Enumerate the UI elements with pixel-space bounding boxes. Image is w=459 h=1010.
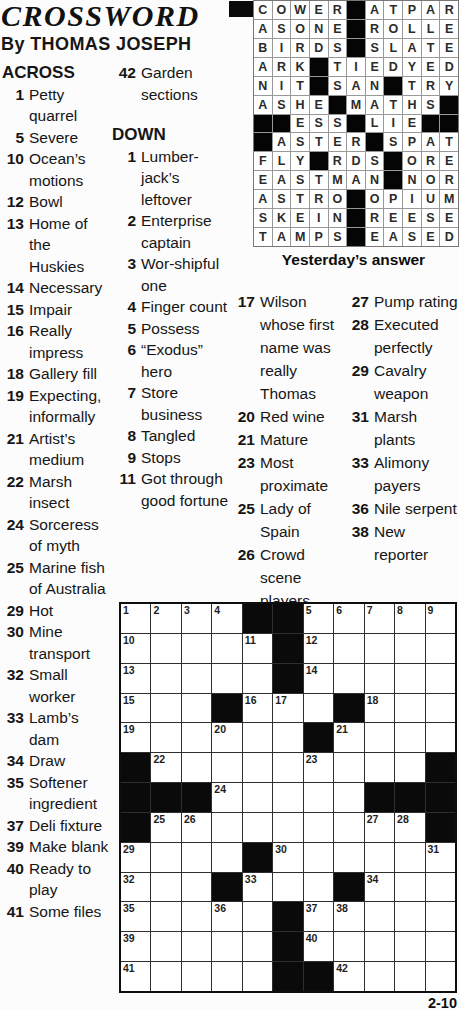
clue-down-36: 36Nile serpent (345, 497, 459, 520)
clue-text: Necessary (29, 277, 109, 299)
answer-black-cell (310, 58, 328, 76)
puzzle-cell-r8c5[interactable] (243, 813, 272, 842)
puzzle-cell-r12c3[interactable] (182, 932, 211, 961)
clue-number: 36 (345, 497, 374, 520)
clue-text: Stops (141, 447, 231, 469)
puzzle-cell-r12c1[interactable]: 39 (121, 932, 150, 961)
clue-number: 16 (2, 320, 29, 342)
answer-cell-r5c5: S (329, 77, 347, 95)
puzzle-cell-r13c5[interactable] (243, 962, 272, 991)
puzzle-cell-r3c4[interactable] (212, 664, 241, 693)
puzzle-cell-r2c2[interactable] (151, 634, 180, 663)
clue-text: Artist’s medium (29, 428, 109, 471)
answer-cell-r4c9: Y (403, 58, 421, 76)
puzzle-cell-r1c10[interactable]: 8 (395, 604, 424, 633)
puzzle-cell-r9c7[interactable] (304, 843, 333, 872)
puzzle-black-cell (182, 783, 211, 812)
answer-cell-r11c10: U (422, 190, 440, 208)
clue-number: 31 (345, 405, 374, 428)
answer-cell-r13c5: S (329, 228, 347, 246)
clue-down-11: 11Got through good fortune (112, 468, 231, 511)
clue-text: Lamb’s dam (29, 707, 109, 750)
answer-cell-r4c11: D (440, 58, 458, 76)
answer-cell-r6c7: A (366, 96, 384, 114)
clue-down-9: 9Stops (112, 447, 231, 469)
puzzle-cell-r2c4[interactable] (212, 634, 241, 663)
clue-number: 3 (112, 253, 141, 275)
cell-number: 19 (123, 723, 135, 735)
puzzle-cell-r11c9[interactable] (365, 902, 394, 931)
answer-cell-r6c9: H (403, 96, 421, 114)
answer-cell-r9c7: S (366, 152, 384, 170)
puzzle-cell-r13c3[interactable] (182, 962, 211, 991)
clue-number: 42 (112, 62, 141, 84)
answer-black-cell (254, 133, 272, 151)
answer-cell-r12c9: E (403, 209, 421, 227)
puzzle-cell-r1c11[interactable]: 9 (426, 604, 455, 633)
cell-number: 34 (367, 873, 379, 885)
answer-black-cell (347, 20, 365, 38)
puzzle-cell-r11c10[interactable] (395, 902, 424, 931)
clue-across-35: 35Softener ingredient (2, 772, 109, 815)
clue-number: 5 (2, 127, 29, 149)
clue-text: Finger count (141, 296, 231, 318)
puzzle-cell-r2c1[interactable]: 10 (121, 634, 150, 663)
puzzle-cell-r12c10[interactable] (395, 932, 424, 961)
clue-number: 29 (2, 600, 29, 622)
answer-cell-r5c3: T (291, 77, 309, 95)
puzzle-cell-r13c10[interactable] (395, 962, 424, 991)
puzzle-cell-r8c3[interactable]: 26 (182, 813, 211, 842)
answer-cell-r7c8: I (384, 115, 402, 133)
puzzle-cell-r1c7[interactable]: 5 (304, 604, 333, 633)
puzzle-cell-r7c7[interactable] (304, 783, 333, 812)
answer-cell-r10c6: A (347, 171, 365, 189)
clue-across-42: 42Garden sections (112, 62, 231, 105)
answer-cell-r2c5: E (329, 20, 347, 38)
cell-number: 28 (397, 813, 409, 825)
answer-cell-r3c3: R (291, 39, 309, 57)
answer-cell-r5c9: T (403, 77, 421, 95)
clue-across-41: 41Some files (2, 901, 109, 923)
answer-black-cell (422, 115, 440, 133)
clue-text: “Exodus” hero (141, 339, 231, 382)
answer-cell-r13c8: A (384, 228, 402, 246)
puzzle-cell-r10c1[interactable]: 32 (121, 873, 150, 902)
puzzle-cell-r10c7[interactable] (304, 873, 333, 902)
puzzle-cell-r10c3[interactable] (182, 873, 211, 902)
clue-across-13: 13Home of the Huskies (2, 213, 109, 278)
answer-cell-r13c2: A (273, 228, 291, 246)
puzzle-cell-r12c4[interactable] (212, 932, 241, 961)
puzzle-cell-r6c8[interactable] (334, 753, 363, 782)
puzzle-cell-r4c5[interactable]: 16 (243, 694, 272, 723)
puzzle-cell-r4c6[interactable]: 17 (273, 694, 302, 723)
cell-number: 24 (214, 783, 226, 795)
clue-text: Mature (260, 428, 344, 451)
clue-text: Some files (29, 901, 109, 923)
clue-down-20: 20Red wine (231, 405, 344, 428)
clue-number: 5 (112, 318, 141, 340)
clue-text: Red wine (260, 405, 344, 428)
clue-number: 1 (112, 146, 141, 168)
puzzle-cell-r13c9[interactable] (365, 962, 394, 991)
puzzle-cell-r6c10[interactable] (395, 753, 424, 782)
puzzle-cell-r10c11[interactable] (426, 873, 455, 902)
clue-across-15: 15Impair (2, 299, 109, 321)
puzzle-cell-r5c9[interactable] (365, 723, 394, 752)
puzzle-cell-r5c3[interactable] (182, 723, 211, 752)
puzzle-cell-r7c6[interactable] (273, 783, 302, 812)
clue-number: 28 (345, 313, 374, 336)
answer-cell-r12c10: S (422, 209, 440, 227)
puzzle-black-cell (243, 843, 272, 872)
puzzle-black-cell (426, 813, 455, 842)
puzzle-black-cell (426, 753, 455, 782)
puzzle-cell-r6c9[interactable] (365, 753, 394, 782)
clue-text: Possess (141, 318, 231, 340)
puzzle-cell-r9c2[interactable] (151, 843, 180, 872)
clue-text: Nile serpent (374, 497, 459, 520)
date-code: 2-10 (380, 995, 457, 1010)
puzzle-cell-r4c3[interactable] (182, 694, 211, 723)
down-clue-column-3: 27Pump rating28Executed perfectly29Caval… (345, 290, 459, 566)
puzzle-cell-r5c11[interactable] (426, 723, 455, 752)
puzzle-cell-r5c10[interactable] (395, 723, 424, 752)
clue-number: 7 (112, 382, 141, 404)
answer-cell-r6c1: A (254, 96, 272, 114)
answer-cell-r1c1: C (254, 1, 272, 19)
puzzle-cell-r8c10[interactable]: 28 (395, 813, 424, 842)
puzzle-cell-r6c6[interactable] (273, 753, 302, 782)
answer-cell-r1c2: O (273, 1, 291, 19)
puzzle-cell-r10c10[interactable] (395, 873, 424, 902)
clue-text: Draw (29, 750, 109, 772)
puzzle-cell-r13c2[interactable] (151, 962, 180, 991)
puzzle-cell-r3c5[interactable] (243, 664, 272, 693)
clue-number: 26 (231, 543, 260, 566)
puzzle-cell-r6c4[interactable] (212, 753, 241, 782)
answer-cell-r12c2: K (273, 209, 291, 227)
puzzle-cell-r11c8[interactable]: 38 (334, 902, 363, 931)
puzzle-cell-r6c3[interactable] (182, 753, 211, 782)
answer-cell-r3c1: B (254, 39, 272, 57)
cell-number: 42 (336, 962, 348, 974)
puzzle-cell-r1c2[interactable]: 2 (151, 604, 180, 633)
clue-text: Enterprise captain (141, 210, 231, 253)
puzzle-cell-r13c8[interactable]: 42 (334, 962, 363, 991)
answer-cell-r10c1: E (254, 171, 272, 189)
answer-cell-r9c9: O (403, 152, 421, 170)
puzzle-cell-r6c2[interactable]: 22 (151, 753, 180, 782)
clue-number: 4 (112, 296, 141, 318)
puzzle-cell-r8c4[interactable] (212, 813, 241, 842)
puzzle-cell-r3c10[interactable] (395, 664, 424, 693)
answer-cell-r11c8: P (384, 190, 402, 208)
clue-down-7: 7Store business (112, 382, 231, 425)
puzzle-cell-r11c3[interactable] (182, 902, 211, 931)
puzzle-cell-r1c3[interactable]: 3 (182, 604, 211, 633)
puzzle-cell-r4c1[interactable]: 15 (121, 694, 150, 723)
puzzle-cell-r8c8[interactable] (334, 813, 363, 842)
puzzle-cell-r12c8[interactable] (334, 932, 363, 961)
puzzle-cell-r3c8[interactable] (334, 664, 363, 693)
puzzle-cell-r2c3[interactable] (182, 634, 211, 663)
answer-cell-r3c9: A (403, 39, 421, 57)
clue-across-37: 37Deli fixture (2, 815, 109, 837)
answer-cell-r7c3: E (291, 115, 309, 133)
answer-cell-r9c5: R (329, 152, 347, 170)
puzzle-cell-r11c11[interactable] (426, 902, 455, 931)
cell-number: 31 (428, 843, 440, 855)
puzzle-cell-r8c9[interactable]: 27 (365, 813, 394, 842)
yesterday-answer-caption: Yesterday’s answer (248, 251, 459, 269)
puzzle-cell-r4c11[interactable] (426, 694, 455, 723)
cell-number: 17 (275, 694, 287, 706)
puzzle-cell-r3c1[interactable]: 13 (121, 664, 150, 693)
answer-cell-r12c4: I (310, 209, 328, 227)
clue-number: 20 (231, 405, 260, 428)
cell-number: 7 (367, 604, 373, 616)
answer-cell-r5c11: Y (440, 77, 458, 95)
puzzle-cell-r12c5[interactable] (243, 932, 272, 961)
puzzle-cell-r9c4[interactable] (212, 843, 241, 872)
puzzle-cell-r2c5[interactable]: 11 (243, 634, 272, 663)
answer-cell-r8c5: E (329, 133, 347, 151)
puzzle-cell-r3c3[interactable] (182, 664, 211, 693)
clue-number: 12 (2, 191, 29, 213)
puzzle-cell-r10c9[interactable]: 34 (365, 873, 394, 902)
clue-text: Alimony payers (374, 451, 459, 497)
cell-number: 10 (123, 634, 135, 646)
puzzle-cell-r1c9[interactable]: 7 (365, 604, 394, 633)
puzzle-cell-r1c8[interactable]: 6 (334, 604, 363, 633)
puzzle-cell-r13c4[interactable] (212, 962, 241, 991)
puzzle-cell-r13c11[interactable] (426, 962, 455, 991)
clue-across-5: 5Severe (2, 127, 109, 149)
answer-black-cell (347, 1, 365, 19)
puzzle-cell-r5c2[interactable] (151, 723, 180, 752)
clue-number: 6 (112, 339, 141, 361)
clue-number: 32 (2, 664, 29, 686)
puzzle-cell-r3c11[interactable] (426, 664, 455, 693)
answer-black-cell (440, 115, 458, 133)
clue-text: Softener ingredient (29, 772, 109, 815)
page: { "game": "crossword", "header": { "titl… (0, 0, 459, 1010)
puzzle-cell-r12c11[interactable] (426, 932, 455, 961)
clue-across-16: 16Really impress (2, 320, 109, 363)
clue-down-3: 3Wor-shipful one (112, 253, 231, 296)
answer-cell-r4c6: I (347, 58, 365, 76)
clue-down-21: 21Mature (231, 428, 344, 451)
puzzle-cell-r4c7[interactable] (304, 694, 333, 723)
puzzle-cell-r7c5[interactable] (243, 783, 272, 812)
puzzle-cell-r9c9[interactable] (365, 843, 394, 872)
clue-number: 19 (2, 385, 29, 407)
cell-number: 41 (123, 962, 135, 974)
puzzle-cell-r3c7[interactable]: 14 (304, 664, 333, 693)
answer-cell-r11c3: T (291, 190, 309, 208)
cell-number: 2 (153, 604, 159, 616)
clue-number: 25 (231, 497, 260, 520)
puzzle-cell-r11c2[interactable] (151, 902, 180, 931)
puzzle-cell-r2c9[interactable] (365, 634, 394, 663)
puzzle-black-cell (273, 604, 302, 633)
puzzle-cell-r9c10[interactable] (395, 843, 424, 872)
answer-cell-r2c1: A (254, 20, 272, 38)
answer-black-cell (384, 152, 402, 170)
puzzle-cell-r1c1[interactable]: 1 (121, 604, 150, 633)
puzzle-cell-r8c2[interactable]: 25 (151, 813, 180, 842)
puzzle-cell-r2c10[interactable] (395, 634, 424, 663)
clue-number: 15 (2, 299, 29, 321)
answer-cell-r6c2: S (273, 96, 291, 114)
puzzle-cell-r9c8[interactable] (334, 843, 363, 872)
puzzle-cell-r3c9[interactable] (365, 664, 394, 693)
clue-number: 1 (2, 84, 29, 106)
clue-number: 40 (2, 858, 29, 880)
clue-text: Marsh insect (29, 471, 109, 514)
puzzle-cell-r7c4[interactable]: 24 (212, 783, 241, 812)
clue-number: 18 (2, 363, 29, 385)
puzzle-cell-r4c2[interactable] (151, 694, 180, 723)
clue-text: Deli fixture (29, 815, 109, 837)
answer-cell-r10c3: S (291, 171, 309, 189)
answer-cell-r2c4: N (310, 20, 328, 38)
clue-column-2: 42Garden sections DOWN 1Lumber-jack’s le… (112, 62, 231, 511)
answer-cell-r6c10: S (422, 96, 440, 114)
cell-number: 4 (214, 604, 220, 616)
clue-down-17: 17Wilson whose first name was really Tho… (231, 290, 344, 405)
answer-black-cell (440, 96, 458, 114)
puzzle-cell-r2c11[interactable] (426, 634, 455, 663)
puzzle-black-cell (273, 932, 302, 961)
puzzle-cell-r9c6[interactable]: 30 (273, 843, 302, 872)
puzzle-cell-r12c2[interactable] (151, 932, 180, 961)
answer-cell-r4c10: E (422, 58, 440, 76)
byline: By THOMAS JOSEPH (1, 34, 233, 55)
puzzle-cell-r5c1[interactable]: 19 (121, 723, 150, 752)
puzzle-cell-r10c6[interactable] (273, 873, 302, 902)
across-clue-column: ACROSS 1Petty quarrel5Severe10Ocean’s mo… (2, 62, 109, 922)
clue-down-23: 23Most proximate (231, 451, 344, 497)
answer-cell-r12c11: E (440, 209, 458, 227)
puzzle-cell-r2c8[interactable] (334, 634, 363, 663)
puzzle-cell-r7c8[interactable] (334, 783, 363, 812)
puzzle-cell-r4c9[interactable]: 18 (365, 694, 394, 723)
clue-text: Store business (141, 382, 231, 425)
puzzle-cell-r11c5[interactable] (243, 902, 272, 931)
answer-cell-r13c9: S (403, 228, 421, 246)
clue-number: 21 (2, 428, 29, 450)
puzzle-cell-r10c5[interactable]: 33 (243, 873, 272, 902)
answer-cell-r3c5: S (329, 39, 347, 57)
clue-text: Ocean’s motions (29, 148, 109, 191)
puzzle-cell-r13c1[interactable]: 41 (121, 962, 150, 991)
cell-number: 25 (153, 813, 165, 825)
cell-number: 18 (367, 694, 379, 706)
clue-text: Got through good fortune (141, 468, 231, 511)
answer-cell-r12c8: E (384, 209, 402, 227)
puzzle-cell-r2c7[interactable]: 12 (304, 634, 333, 663)
answer-cell-r12c3: E (291, 209, 309, 227)
answer-black-cell (347, 190, 365, 208)
puzzle-cell-r11c1[interactable]: 35 (121, 902, 150, 931)
clue-text: Small worker (29, 664, 109, 707)
puzzle-black-cell (273, 902, 302, 931)
answer-cell-r3c4: D (310, 39, 328, 57)
puzzle-cell-r9c1[interactable]: 29 (121, 843, 150, 872)
answer-cell-r2c9: L (403, 20, 421, 38)
puzzle-black-cell (273, 634, 302, 663)
puzzle-cell-r9c3[interactable] (182, 843, 211, 872)
across-header: ACROSS (2, 62, 109, 84)
puzzle-black-cell (334, 694, 363, 723)
cell-number: 5 (306, 604, 312, 616)
clue-text: Garden sections (141, 62, 231, 105)
cell-number: 27 (367, 813, 379, 825)
cell-number: 21 (336, 723, 348, 735)
clue-number: 24 (2, 514, 29, 536)
puzzle-cell-r11c4[interactable]: 36 (212, 902, 241, 931)
clue-number: 8 (112, 425, 141, 447)
puzzle-cell-r8c6[interactable] (273, 813, 302, 842)
clue-across-25: 25Marine fish of Australia (2, 557, 109, 600)
puzzle-cell-r4c10[interactable] (395, 694, 424, 723)
puzzle-cell-r5c6[interactable] (273, 723, 302, 752)
puzzle-cell-r12c9[interactable] (365, 932, 394, 961)
clue-number: 2 (112, 210, 141, 232)
puzzle-cell-r9c11[interactable]: 31 (426, 843, 455, 872)
puzzle-cell-r5c8[interactable]: 21 (334, 723, 363, 752)
clue-across-22: 22Marsh insect (2, 471, 109, 514)
answer-cell-r10c9: N (403, 171, 421, 189)
clue-text: Gallery fill (29, 363, 109, 385)
answer-cell-r2c10: L (422, 20, 440, 38)
answer-cell-r4c8: D (384, 58, 402, 76)
puzzle-cell-r6c5[interactable] (243, 753, 272, 782)
cell-number: 1 (123, 604, 129, 616)
clue-text: Marsh plants (374, 405, 459, 451)
answer-cell-r3c7: S (366, 39, 384, 57)
puzzle-cell-r12c7[interactable]: 40 (304, 932, 333, 961)
answer-cell-r5c2: I (273, 77, 291, 95)
clue-text: Petty quarrel (29, 84, 109, 127)
across-clue-list-continued: 42Garden sections (112, 62, 231, 105)
clue-number: 9 (112, 447, 141, 469)
puzzle-cell-r10c2[interactable] (151, 873, 180, 902)
cell-number: 8 (397, 604, 403, 616)
clue-across-10: 10Ocean’s motions (2, 148, 109, 191)
clue-text: Sorceress of myth (29, 514, 109, 557)
puzzle-cell-r5c5[interactable] (243, 723, 272, 752)
clue-number: 33 (2, 707, 29, 729)
answer-cell-r1c8: T (384, 1, 402, 19)
answer-cell-r8c6: R (347, 133, 365, 151)
clue-number: 27 (345, 290, 374, 313)
puzzle-cell-r1c4[interactable]: 4 (212, 604, 241, 633)
puzzle-cell-r6c7[interactable]: 23 (304, 753, 333, 782)
puzzle-cell-r3c2[interactable] (151, 664, 180, 693)
puzzle-cell-r5c4[interactable]: 20 (212, 723, 241, 752)
puzzle-cell-r11c7[interactable]: 37 (304, 902, 333, 931)
puzzle-cell-r8c7[interactable] (304, 813, 333, 842)
answer-cell-r9c1: F (254, 152, 272, 170)
puzzle-black-cell (304, 723, 333, 752)
clue-number: 41 (2, 901, 29, 923)
answer-cell-r2c3: O (291, 20, 309, 38)
answer-cell-r2c2: S (273, 20, 291, 38)
